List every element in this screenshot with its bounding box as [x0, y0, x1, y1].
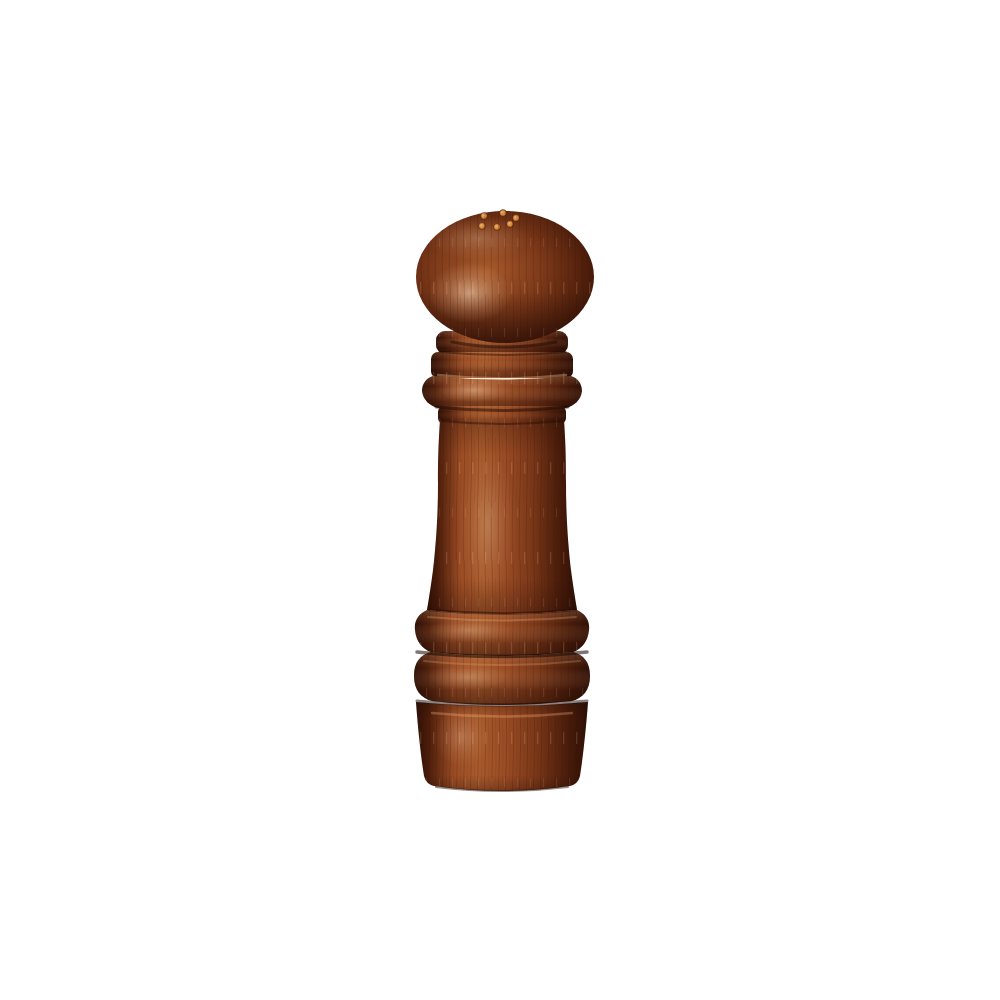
- shaker-product-photo: Product photograph of a dark-brown gloss…: [0, 0, 1000, 1000]
- photo-canvas: Product photograph of a dark-brown gloss…: [0, 0, 1000, 1000]
